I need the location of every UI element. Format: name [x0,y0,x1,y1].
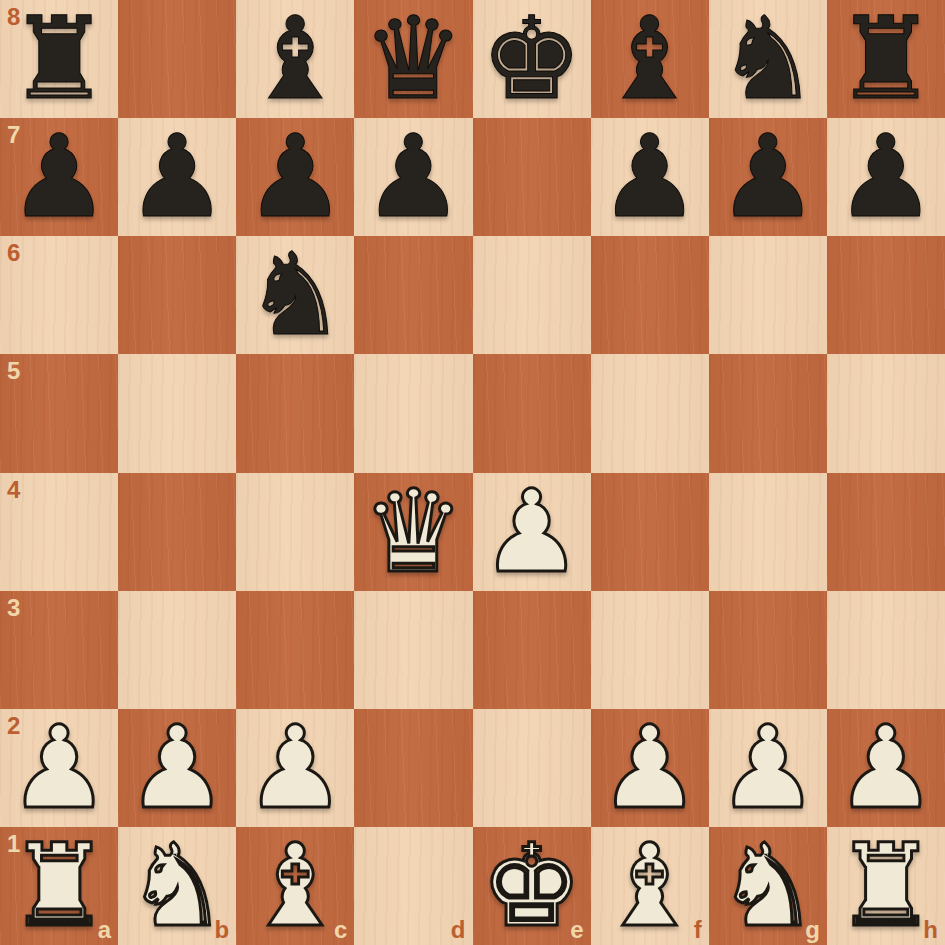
white-pawn[interactable]: ♟ [244,709,346,827]
square-d3[interactable] [354,591,472,709]
white-pawn[interactable]: ♟ [126,709,228,827]
square-g4[interactable] [709,473,827,591]
square-a8[interactable]: 8♜ [0,0,118,118]
square-g5[interactable] [709,354,827,472]
white-bishop[interactable]: ♝ [599,827,701,945]
black-pawn[interactable]: ♟ [126,118,228,236]
black-queen[interactable]: ♛ [362,0,464,118]
square-d4[interactable]: ♛ [354,473,472,591]
black-bishop[interactable]: ♝ [244,0,346,118]
white-knight[interactable]: ♞ [717,827,819,945]
square-e2[interactable] [473,709,591,827]
square-e6[interactable] [473,236,591,354]
black-pawn[interactable]: ♟ [599,118,701,236]
square-f6[interactable] [591,236,709,354]
square-f5[interactable] [591,354,709,472]
square-d5[interactable] [354,354,472,472]
white-knight[interactable]: ♞ [126,827,228,945]
square-b7[interactable]: ♟ [118,118,236,236]
square-g1[interactable]: g♞ [709,827,827,945]
square-b2[interactable]: ♟ [118,709,236,827]
square-a3[interactable]: 3 [0,591,118,709]
square-g2[interactable]: ♟ [709,709,827,827]
white-bishop[interactable]: ♝ [244,827,346,945]
square-h3[interactable] [827,591,945,709]
square-f3[interactable] [591,591,709,709]
white-pawn[interactable]: ♟ [599,709,701,827]
rank-label-4: 4 [7,478,20,502]
square-e7[interactable] [473,118,591,236]
black-king[interactable]: ♚ [480,0,582,118]
square-f8[interactable]: ♝ [591,0,709,118]
square-h2[interactable]: ♟ [827,709,945,827]
square-c8[interactable]: ♝ [236,0,354,118]
square-f4[interactable] [591,473,709,591]
square-a2[interactable]: 2♟ [0,709,118,827]
white-rook[interactable]: ♜ [8,827,110,945]
square-g8[interactable]: ♞ [709,0,827,118]
square-a4[interactable]: 4 [0,473,118,591]
square-d7[interactable]: ♟ [354,118,472,236]
square-h1[interactable]: h♜ [827,827,945,945]
square-b3[interactable] [118,591,236,709]
square-c1[interactable]: c♝ [236,827,354,945]
square-g6[interactable] [709,236,827,354]
black-knight[interactable]: ♞ [717,0,819,118]
square-b6[interactable] [118,236,236,354]
square-e3[interactable] [473,591,591,709]
black-bishop[interactable]: ♝ [599,0,701,118]
square-h5[interactable] [827,354,945,472]
black-pawn[interactable]: ♟ [244,118,346,236]
square-c5[interactable] [236,354,354,472]
black-pawn[interactable]: ♟ [835,118,937,236]
square-h4[interactable] [827,473,945,591]
square-b1[interactable]: b♞ [118,827,236,945]
black-rook[interactable]: ♜ [835,0,937,118]
black-pawn[interactable]: ♟ [8,118,110,236]
square-d8[interactable]: ♛ [354,0,472,118]
file-label-d: d [451,918,466,942]
square-d1[interactable]: d [354,827,472,945]
white-king[interactable]: ♚ [480,827,582,945]
square-a1[interactable]: 1a♜ [0,827,118,945]
rank-label-3: 3 [7,596,20,620]
square-d6[interactable] [354,236,472,354]
rank-label-6: 6 [7,241,20,265]
square-c3[interactable] [236,591,354,709]
square-e1[interactable]: e♚ [473,827,591,945]
square-f7[interactable]: ♟ [591,118,709,236]
square-g7[interactable]: ♟ [709,118,827,236]
square-d2[interactable] [354,709,472,827]
white-pawn[interactable]: ♟ [480,473,582,591]
square-a5[interactable]: 5 [0,354,118,472]
square-h6[interactable] [827,236,945,354]
white-pawn[interactable]: ♟ [835,709,937,827]
white-rook[interactable]: ♜ [835,827,937,945]
square-e5[interactable] [473,354,591,472]
square-f1[interactable]: f♝ [591,827,709,945]
square-e4[interactable]: ♟ [473,473,591,591]
black-pawn[interactable]: ♟ [362,118,464,236]
black-rook[interactable]: ♜ [8,0,110,118]
white-queen[interactable]: ♛ [362,473,464,591]
black-pawn[interactable]: ♟ [717,118,819,236]
black-knight[interactable]: ♞ [244,236,346,354]
square-b4[interactable] [118,473,236,591]
square-h8[interactable]: ♜ [827,0,945,118]
square-f2[interactable]: ♟ [591,709,709,827]
square-g3[interactable] [709,591,827,709]
square-b8[interactable] [118,0,236,118]
white-pawn[interactable]: ♟ [717,709,819,827]
white-pawn[interactable]: ♟ [8,709,110,827]
square-b5[interactable] [118,354,236,472]
square-e8[interactable]: ♚ [473,0,591,118]
square-c6[interactable]: ♞ [236,236,354,354]
chess-board: 8♜♝♛♚♝♞♜7♟♟♟♟♟♟♟6♞54♛♟32♟♟♟♟♟♟1a♜b♞c♝de♚… [0,0,945,945]
square-a7[interactable]: 7♟ [0,118,118,236]
square-c4[interactable] [236,473,354,591]
rank-label-5: 5 [7,359,20,383]
square-a6[interactable]: 6 [0,236,118,354]
square-c2[interactable]: ♟ [236,709,354,827]
square-c7[interactable]: ♟ [236,118,354,236]
square-h7[interactable]: ♟ [827,118,945,236]
